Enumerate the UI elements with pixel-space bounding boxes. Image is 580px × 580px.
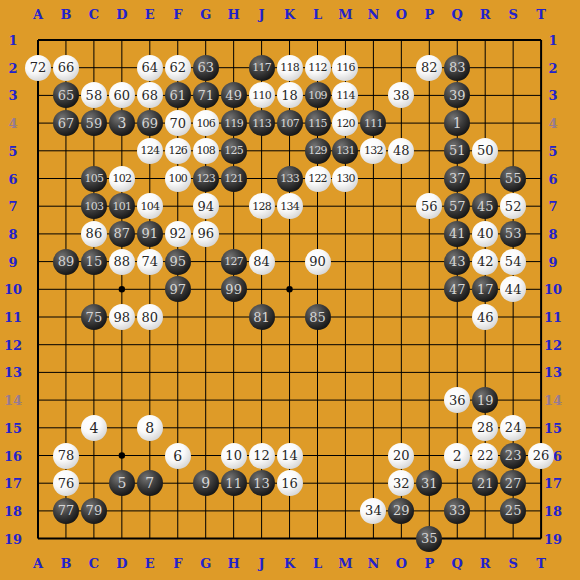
stone-O18[interactable]: 29 [388, 498, 414, 524]
stone-E11[interactable]: 80 [137, 304, 163, 330]
stone-K6[interactable]: 133 [277, 166, 303, 192]
stone-J3[interactable]: 110 [249, 82, 275, 108]
stone-L9[interactable]: 90 [305, 249, 331, 275]
move-number: 67 [58, 117, 75, 130]
stone-R17[interactable]: 21 [472, 470, 498, 496]
move-number: 126 [168, 145, 187, 156]
row-label-left-10: 10 [4, 282, 22, 297]
stone-D4[interactable]: 3 [109, 110, 135, 136]
stone-Q10[interactable]: 47 [444, 276, 470, 302]
col-label-top-H: H [227, 7, 239, 22]
row-label-right-8: 8 [548, 226, 557, 241]
row-label-left-14: 14 [4, 393, 22, 408]
stone-C7[interactable]: 103 [81, 193, 107, 219]
stone-K7[interactable]: 134 [277, 193, 303, 219]
stone-Q5[interactable]: 51 [444, 138, 470, 164]
stone-G3[interactable]: 71 [193, 82, 219, 108]
row-label-right-5: 5 [548, 143, 557, 158]
row-label-left-19: 19 [4, 531, 22, 546]
stone-Q9[interactable]: 43 [444, 249, 470, 275]
stone-P19[interactable]: 35 [416, 526, 442, 552]
stone-L5[interactable]: 129 [305, 138, 331, 164]
col-label-top-F: F [173, 7, 182, 22]
move-number: 16 [281, 477, 298, 490]
move-number: 3 [117, 116, 126, 130]
stone-D6[interactable]: 102 [109, 166, 135, 192]
stone-G7[interactable]: 94 [193, 193, 219, 219]
stone-P7[interactable]: 56 [416, 193, 442, 219]
stone-Q8[interactable]: 41 [444, 221, 470, 247]
move-number: 130 [336, 173, 355, 184]
stone-S18[interactable]: 25 [500, 498, 526, 524]
stone-J11[interactable]: 81 [249, 304, 275, 330]
stone-S9[interactable]: 54 [500, 249, 526, 275]
col-label-bottom-M: M [338, 556, 352, 571]
move-number: 116 [336, 62, 355, 73]
col-label-bottom-N: N [367, 556, 379, 571]
stone-D9[interactable]: 88 [109, 249, 135, 275]
stone-C15[interactable]: 4 [81, 415, 107, 441]
move-number: 12 [253, 449, 270, 462]
move-number: 40 [477, 227, 494, 240]
stone-M2[interactable]: 116 [332, 55, 358, 81]
stone-G6[interactable]: 123 [193, 166, 219, 192]
move-number: 95 [169, 255, 186, 268]
stone-L11[interactable]: 85 [305, 304, 331, 330]
move-number: 25 [505, 504, 522, 517]
move-number: 29 [393, 504, 410, 517]
row-label-left-11: 11 [4, 310, 22, 325]
stone-S15[interactable]: 24 [500, 415, 526, 441]
col-label-top-Q: Q [452, 7, 463, 22]
stone-B4[interactable]: 67 [53, 110, 79, 136]
stone-J7[interactable]: 128 [249, 193, 275, 219]
stone-Q6[interactable]: 37 [444, 166, 470, 192]
row-label-left-8: 8 [8, 226, 17, 241]
stone-L4[interactable]: 115 [305, 110, 331, 136]
move-number: 65 [58, 89, 75, 102]
stone-L2[interactable]: 112 [305, 55, 331, 81]
stone-E5[interactable]: 124 [137, 138, 163, 164]
move-number: 131 [336, 145, 355, 156]
col-label-bottom-G: G [200, 556, 211, 571]
row-label-right-17: 17 [544, 476, 562, 491]
move-number: 31 [421, 477, 438, 490]
move-number: 46 [477, 311, 494, 324]
stone-R9[interactable]: 42 [472, 249, 498, 275]
stone-D17[interactable]: 5 [109, 470, 135, 496]
stone-H9[interactable]: 127 [221, 249, 247, 275]
col-label-top-M: M [338, 7, 352, 22]
move-number: 45 [477, 200, 494, 213]
row-label-right-9: 9 [548, 254, 557, 269]
move-number: 66 [58, 61, 75, 74]
row-label-left-3: 3 [8, 88, 17, 103]
row-label-left-9: 9 [8, 254, 17, 269]
stone-B2[interactable]: 66 [53, 55, 79, 81]
stone-R14[interactable]: 19 [472, 387, 498, 413]
stone-G5[interactable]: 108 [193, 138, 219, 164]
move-number: 86 [86, 227, 103, 240]
stone-B16[interactable]: 78 [53, 443, 79, 469]
move-number: 117 [252, 62, 271, 73]
move-number: 106 [196, 118, 215, 129]
stone-E17[interactable]: 7 [137, 470, 163, 496]
go-board: AABBCCDDEEFFGGHHJJKKLLMMNNOOPPQQRRSSTT11… [0, 0, 580, 580]
move-number: 9 [201, 476, 210, 490]
stone-C11[interactable]: 75 [81, 304, 107, 330]
stone-Q4[interactable]: 1 [444, 110, 470, 136]
move-number: 87 [114, 227, 131, 240]
row-label-right-1: 1 [548, 33, 557, 48]
stone-B17[interactable]: 76 [53, 470, 79, 496]
col-label-bottom-A: A [33, 556, 43, 571]
row-label-right-10: 10 [544, 282, 562, 297]
stone-B9[interactable]: 89 [53, 249, 79, 275]
stone-S8[interactable]: 53 [500, 221, 526, 247]
stone-D3[interactable]: 60 [109, 82, 135, 108]
stone-G8[interactable]: 96 [193, 221, 219, 247]
move-number: 42 [477, 255, 494, 268]
stone-E8[interactable]: 91 [137, 221, 163, 247]
move-number: 5 [117, 476, 126, 490]
move-number: 128 [252, 201, 271, 212]
move-number: 97 [169, 283, 186, 296]
move-number: 52 [505, 200, 522, 213]
stone-H5[interactable]: 125 [221, 138, 247, 164]
move-number: 19 [477, 394, 494, 407]
move-number: 102 [113, 173, 132, 184]
move-number: 26 [533, 449, 550, 462]
stone-S6[interactable]: 55 [500, 166, 526, 192]
stone-G17[interactable]: 9 [193, 470, 219, 496]
move-number: 119 [224, 118, 243, 129]
move-number: 44 [505, 283, 522, 296]
move-number: 49 [225, 89, 242, 102]
col-label-top-A: A [33, 7, 43, 22]
move-number: 74 [142, 255, 159, 268]
stone-M5[interactable]: 131 [332, 138, 358, 164]
stone-R16[interactable]: 22 [472, 443, 498, 469]
move-number: 4 [89, 421, 98, 435]
stone-F4[interactable]: 70 [165, 110, 191, 136]
move-number: 54 [505, 255, 522, 268]
move-number: 72 [30, 61, 47, 74]
col-label-bottom-Q: Q [452, 556, 463, 571]
col-label-bottom-D: D [116, 556, 127, 571]
col-label-top-C: C [89, 7, 99, 22]
row-label-left-16: 16 [4, 448, 22, 463]
move-number: 129 [308, 145, 327, 156]
stone-C9[interactable]: 15 [81, 249, 107, 275]
move-number: 62 [169, 61, 186, 74]
stone-R7[interactable]: 45 [472, 193, 498, 219]
stone-H3[interactable]: 49 [221, 82, 247, 108]
move-number: 132 [364, 145, 383, 156]
stone-Q14[interactable]: 36 [444, 387, 470, 413]
row-label-right-4: 4 [548, 116, 557, 131]
col-label-bottom-J: J [259, 556, 265, 571]
move-number: 90 [309, 255, 326, 268]
move-number: 83 [449, 61, 466, 74]
row-label-right-3: 3 [548, 88, 557, 103]
move-number: 17 [477, 283, 494, 296]
move-number: 84 [253, 255, 270, 268]
move-number: 92 [169, 227, 186, 240]
move-number: 63 [197, 61, 214, 74]
row-label-right-12: 12 [544, 337, 562, 352]
move-number: 88 [114, 255, 131, 268]
stone-E9[interactable]: 74 [137, 249, 163, 275]
stone-Q18[interactable]: 33 [444, 498, 470, 524]
move-number: 7 [145, 476, 154, 490]
row-label-left-15: 15 [4, 420, 22, 435]
stone-K4[interactable]: 107 [277, 110, 303, 136]
col-label-top-O: O [396, 7, 407, 22]
move-number: 112 [308, 62, 327, 73]
move-number: 121 [224, 173, 243, 184]
move-number: 41 [449, 227, 466, 240]
move-number: 91 [142, 227, 159, 240]
move-number: 89 [58, 255, 75, 268]
stone-Q7[interactable]: 57 [444, 193, 470, 219]
stone-C6[interactable]: 105 [81, 166, 107, 192]
stone-C4[interactable]: 59 [81, 110, 107, 136]
stone-J16[interactable]: 12 [249, 443, 275, 469]
move-number: 27 [505, 477, 522, 490]
col-label-bottom-K: K [284, 556, 295, 571]
col-label-top-L: L [313, 7, 322, 22]
move-number: 43 [449, 255, 466, 268]
move-number: 64 [142, 61, 159, 74]
move-number: 11 [225, 477, 242, 490]
stone-L3[interactable]: 109 [305, 82, 331, 108]
stone-P2[interactable]: 82 [416, 55, 442, 81]
stone-D11[interactable]: 98 [109, 304, 135, 330]
move-number: 15 [86, 255, 103, 268]
row-label-right-11: 11 [544, 310, 562, 325]
stone-A2[interactable]: 72 [25, 55, 51, 81]
move-number: 36 [449, 394, 466, 407]
stone-Q2[interactable]: 83 [444, 55, 470, 81]
stone-Q3[interactable]: 39 [444, 82, 470, 108]
col-label-top-T: T [536, 7, 546, 22]
stone-E15[interactable]: 8 [137, 415, 163, 441]
stone-E4[interactable]: 69 [137, 110, 163, 136]
stone-E2[interactable]: 64 [137, 55, 163, 81]
stone-R5[interactable]: 50 [472, 138, 498, 164]
stone-C18[interactable]: 79 [81, 498, 107, 524]
move-number: 125 [224, 145, 243, 156]
move-number: 14 [281, 449, 298, 462]
move-number: 101 [113, 201, 132, 212]
stone-G2[interactable]: 63 [193, 55, 219, 81]
stone-C3[interactable]: 58 [81, 82, 107, 108]
stone-B3[interactable]: 65 [53, 82, 79, 108]
stone-F2[interactable]: 62 [165, 55, 191, 81]
move-number: 57 [449, 200, 466, 213]
stone-T16[interactable]: 26 [528, 443, 554, 469]
row-label-left-5: 5 [8, 143, 17, 158]
move-number: 104 [140, 201, 159, 212]
col-label-bottom-S: S [508, 556, 517, 571]
stone-J2[interactable]: 117 [249, 55, 275, 81]
stone-D7[interactable]: 101 [109, 193, 135, 219]
col-label-top-E: E [145, 7, 155, 22]
col-label-top-K: K [284, 7, 295, 22]
stone-O16[interactable]: 20 [388, 443, 414, 469]
move-number: 33 [449, 504, 466, 517]
stone-C8[interactable]: 86 [81, 221, 107, 247]
row-label-left-17: 17 [4, 476, 22, 491]
move-number: 111 [364, 118, 383, 129]
stone-O17[interactable]: 32 [388, 470, 414, 496]
move-number: 94 [197, 200, 214, 213]
stone-F3[interactable]: 61 [165, 82, 191, 108]
row-label-right-13: 13 [544, 365, 562, 380]
stone-F8[interactable]: 92 [165, 221, 191, 247]
col-label-bottom-O: O [396, 556, 407, 571]
move-number: 76 [58, 477, 75, 490]
move-number: 69 [142, 117, 159, 130]
row-label-right-2: 2 [548, 60, 557, 75]
stone-K3[interactable]: 18 [277, 82, 303, 108]
row-label-left-1: 1 [8, 33, 17, 48]
stone-B18[interactable]: 77 [53, 498, 79, 524]
stone-F6[interactable]: 100 [165, 166, 191, 192]
stone-H4[interactable]: 119 [221, 110, 247, 136]
stone-F16[interactable]: 6 [165, 443, 191, 469]
stone-J4[interactable]: 113 [249, 110, 275, 136]
stone-R11[interactable]: 46 [472, 304, 498, 330]
move-number: 113 [252, 118, 271, 129]
stone-F5[interactable]: 126 [165, 138, 191, 164]
move-number: 124 [140, 145, 159, 156]
move-number: 18 [281, 89, 298, 102]
move-number: 13 [253, 477, 270, 490]
row-label-right-15: 15 [544, 420, 562, 435]
stone-S17[interactable]: 27 [500, 470, 526, 496]
move-number: 75 [86, 311, 103, 324]
move-number: 79 [86, 504, 103, 517]
col-label-top-B: B [60, 7, 71, 22]
move-number: 21 [477, 477, 494, 490]
move-number: 60 [114, 89, 131, 102]
stone-K16[interactable]: 14 [277, 443, 303, 469]
move-number: 35 [421, 532, 438, 545]
move-number: 122 [308, 173, 327, 184]
stone-L6[interactable]: 122 [305, 166, 331, 192]
move-number: 80 [142, 311, 159, 324]
stone-R15[interactable]: 28 [472, 415, 498, 441]
move-number: 8 [145, 421, 154, 435]
move-number: 96 [197, 227, 214, 240]
row-label-left-13: 13 [4, 365, 22, 380]
stone-S16[interactable]: 23 [500, 443, 526, 469]
move-number: 1 [453, 116, 462, 130]
move-number: 24 [505, 421, 522, 434]
move-number: 114 [336, 90, 355, 101]
row-label-left-7: 7 [8, 199, 17, 214]
row-label-right-6: 6 [548, 171, 557, 186]
move-number: 53 [505, 227, 522, 240]
move-number: 82 [421, 61, 438, 74]
move-number: 47 [449, 283, 466, 296]
move-number: 55 [505, 172, 522, 185]
col-label-bottom-C: C [89, 556, 99, 571]
move-number: 98 [114, 311, 131, 324]
move-number: 23 [505, 449, 522, 462]
stone-O3[interactable]: 38 [388, 82, 414, 108]
stone-D8[interactable]: 87 [109, 221, 135, 247]
stone-K2[interactable]: 118 [277, 55, 303, 81]
stone-F9[interactable]: 95 [165, 249, 191, 275]
move-number: 32 [393, 477, 410, 490]
col-label-bottom-T: T [536, 556, 546, 571]
stone-S10[interactable]: 44 [500, 276, 526, 302]
stone-N4[interactable]: 111 [360, 110, 386, 136]
stone-R8[interactable]: 40 [472, 221, 498, 247]
move-number: 134 [280, 201, 299, 212]
row-label-left-4: 4 [8, 116, 17, 131]
move-number: 105 [85, 173, 104, 184]
stone-H6[interactable]: 121 [221, 166, 247, 192]
col-label-bottom-E: E [145, 556, 155, 571]
stone-O5[interactable]: 48 [388, 138, 414, 164]
row-label-right-7: 7 [548, 199, 557, 214]
move-number: 56 [421, 200, 438, 213]
row-label-left-12: 12 [4, 337, 22, 352]
move-number: 110 [252, 90, 271, 101]
move-number: 77 [58, 504, 75, 517]
stone-N18[interactable]: 34 [360, 498, 386, 524]
stone-H17[interactable]: 11 [221, 470, 247, 496]
stone-N5[interactable]: 132 [360, 138, 386, 164]
move-number: 70 [169, 117, 186, 130]
stone-S7[interactable]: 52 [500, 193, 526, 219]
stone-M3[interactable]: 114 [332, 82, 358, 108]
move-number: 133 [280, 173, 299, 184]
move-number: 51 [449, 144, 466, 157]
move-number: 108 [196, 145, 215, 156]
move-number: 118 [280, 62, 299, 73]
stone-F10[interactable]: 97 [165, 276, 191, 302]
stone-J17[interactable]: 13 [249, 470, 275, 496]
stone-E3[interactable]: 68 [137, 82, 163, 108]
move-number: 68 [142, 89, 159, 102]
stone-M4[interactable]: 120 [332, 110, 358, 136]
move-number: 81 [253, 311, 270, 324]
stone-G4[interactable]: 106 [193, 110, 219, 136]
move-number: 22 [477, 449, 494, 462]
move-number: 58 [86, 89, 103, 102]
stone-K17[interactable]: 16 [277, 470, 303, 496]
stone-H10[interactable]: 99 [221, 276, 247, 302]
stone-H16[interactable]: 10 [221, 443, 247, 469]
stone-J9[interactable]: 84 [249, 249, 275, 275]
col-label-bottom-L: L [313, 556, 322, 571]
stone-E7[interactable]: 104 [137, 193, 163, 219]
stone-R10[interactable]: 17 [472, 276, 498, 302]
row-label-left-18: 18 [4, 503, 22, 518]
stone-P17[interactable]: 31 [416, 470, 442, 496]
stone-Q16[interactable]: 2 [444, 443, 470, 469]
stone-M6[interactable]: 130 [332, 166, 358, 192]
col-label-top-N: N [367, 7, 379, 22]
col-label-top-P: P [424, 7, 434, 22]
move-number: 103 [85, 201, 104, 212]
move-number: 10 [225, 449, 242, 462]
